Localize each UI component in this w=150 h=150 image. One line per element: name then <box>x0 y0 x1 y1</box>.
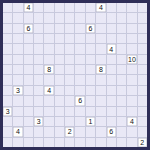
grid-cell[interactable] <box>75 24 84 33</box>
grid-cell[interactable] <box>117 117 126 126</box>
grid-cell[interactable] <box>65 117 74 126</box>
grid-cell[interactable] <box>3 138 12 147</box>
grid-cell[interactable] <box>75 127 84 136</box>
grid-cell[interactable] <box>34 24 43 33</box>
grid-cell[interactable] <box>138 127 147 136</box>
clue-cell: 4 <box>127 117 136 126</box>
grid-cell[interactable] <box>75 107 84 116</box>
grid-cell[interactable] <box>75 3 84 12</box>
grid-cell[interactable] <box>13 96 22 105</box>
grid-cell[interactable] <box>127 138 136 147</box>
clue-cell: 6 <box>107 127 116 136</box>
grid-cell[interactable] <box>86 65 95 74</box>
clue-cell: 4 <box>96 3 105 12</box>
grid-cell[interactable] <box>107 96 116 105</box>
grid-cell[interactable] <box>13 13 22 22</box>
grid-cell[interactable] <box>127 107 136 116</box>
grid-cell[interactable] <box>24 75 33 84</box>
grid-cell[interactable] <box>65 34 74 43</box>
clue-cell: 3 <box>3 107 12 116</box>
grid-cell[interactable] <box>55 96 64 105</box>
grid-cell[interactable] <box>117 13 126 22</box>
grid-cell[interactable] <box>44 138 53 147</box>
grid-cell[interactable] <box>34 75 43 84</box>
clue-cell: 4 <box>13 127 22 136</box>
grid-cell[interactable] <box>44 3 53 12</box>
grid-cell[interactable] <box>96 127 105 136</box>
grid-cell[interactable] <box>107 3 116 12</box>
grid-cell[interactable] <box>13 138 22 147</box>
grid-cell[interactable] <box>24 86 33 95</box>
grid-cell[interactable] <box>44 34 53 43</box>
grid-cell[interactable] <box>65 65 74 74</box>
grid-cell[interactable] <box>86 138 95 147</box>
grid-cell[interactable] <box>3 86 12 95</box>
clue-cell: 6 <box>24 24 33 33</box>
grid-cell[interactable] <box>3 34 12 43</box>
grid-cell[interactable] <box>3 96 12 105</box>
grid-cell[interactable] <box>3 127 12 136</box>
grid-cell[interactable] <box>138 117 147 126</box>
grid-cell[interactable] <box>55 75 64 84</box>
grid-cell[interactable] <box>3 24 12 33</box>
grid-cell[interactable] <box>86 13 95 22</box>
grid-cell[interactable] <box>138 13 147 22</box>
grid-cell[interactable] <box>86 127 95 136</box>
grid-cell[interactable] <box>138 107 147 116</box>
grid-cell[interactable] <box>96 107 105 116</box>
grid-cell[interactable] <box>34 107 43 116</box>
grid-cell[interactable] <box>44 117 53 126</box>
grid-cell[interactable] <box>34 96 43 105</box>
grid-cell[interactable] <box>127 34 136 43</box>
grid-cell[interactable] <box>65 13 74 22</box>
grid-cell[interactable] <box>138 24 147 33</box>
grid-cell[interactable] <box>3 55 12 64</box>
grid-cell[interactable] <box>24 117 33 126</box>
grid-cell[interactable] <box>86 96 95 105</box>
grid-cell[interactable] <box>3 3 12 12</box>
grid-cell[interactable] <box>107 117 116 126</box>
grid-cell[interactable] <box>55 107 64 116</box>
grid-cell[interactable] <box>65 3 74 12</box>
grid-cell[interactable] <box>117 75 126 84</box>
grid-cell[interactable] <box>96 75 105 84</box>
grid-cell[interactable] <box>127 65 136 74</box>
grid-cell[interactable] <box>117 3 126 12</box>
grid-cell[interactable] <box>3 65 12 74</box>
grid-cell[interactable] <box>107 55 116 64</box>
grid-cell[interactable] <box>3 75 12 84</box>
grid-cell[interactable] <box>44 96 53 105</box>
grid-cell[interactable] <box>127 44 136 53</box>
clue-cell: 3 <box>13 86 22 95</box>
grid-cell[interactable] <box>75 13 84 22</box>
clue-cell: 4 <box>24 3 33 12</box>
grid-cell[interactable] <box>117 24 126 33</box>
grid-cell[interactable] <box>24 65 33 74</box>
grid-cell[interactable] <box>44 24 53 33</box>
grid-cell[interactable] <box>65 24 74 33</box>
grid-cell[interactable] <box>117 86 126 95</box>
grid-cell[interactable] <box>44 127 53 136</box>
grid-cell[interactable] <box>127 127 136 136</box>
grid-cell[interactable] <box>138 65 147 74</box>
grid-cell[interactable] <box>96 13 105 22</box>
clue-cell: 2 <box>65 127 74 136</box>
grid-cell[interactable] <box>65 86 74 95</box>
grid-cell[interactable] <box>44 13 53 22</box>
clue-cell: 2 <box>138 138 147 147</box>
grid-cell[interactable] <box>96 44 105 53</box>
grid-cell[interactable] <box>86 3 95 12</box>
grid-cell[interactable] <box>24 34 33 43</box>
grid-cell[interactable] <box>107 138 116 147</box>
grid-cell[interactable] <box>75 117 84 126</box>
grid-cell[interactable] <box>13 44 22 53</box>
grid-cell[interactable] <box>34 55 43 64</box>
grid-cell[interactable] <box>96 96 105 105</box>
grid-cell[interactable] <box>24 55 33 64</box>
grid-cell[interactable] <box>65 96 74 105</box>
grid-cell[interactable] <box>44 107 53 116</box>
grid-cell[interactable] <box>13 107 22 116</box>
grid-cell[interactable] <box>138 96 147 105</box>
grid-cell[interactable] <box>86 107 95 116</box>
grid-cell[interactable] <box>96 55 105 64</box>
grid-cell[interactable] <box>107 65 116 74</box>
grid-cell[interactable] <box>117 96 126 105</box>
grid-cell[interactable] <box>65 75 74 84</box>
grid-cell[interactable] <box>44 75 53 84</box>
grid-cell[interactable] <box>138 75 147 84</box>
grid-cell[interactable] <box>13 3 22 12</box>
grid-cell[interactable] <box>107 75 116 84</box>
grid-cell[interactable] <box>34 65 43 74</box>
grid-cell[interactable] <box>117 65 126 74</box>
clue-cell: 4 <box>44 86 53 95</box>
grid-cell[interactable] <box>96 86 105 95</box>
grid-cell[interactable] <box>65 107 74 116</box>
grid-cell[interactable] <box>138 55 147 64</box>
grid-cell[interactable] <box>86 44 95 53</box>
grid-cell[interactable] <box>86 86 95 95</box>
grid-cell[interactable] <box>24 107 33 116</box>
grid-cell[interactable] <box>75 34 84 43</box>
grid-cell[interactable] <box>86 34 95 43</box>
grid-cell[interactable] <box>65 55 74 64</box>
grid-cell[interactable] <box>75 55 84 64</box>
grid-cell[interactable] <box>44 44 53 53</box>
grid-cell[interactable] <box>75 86 84 95</box>
grid-cell[interactable] <box>75 65 84 74</box>
grid-cell[interactable] <box>86 55 95 64</box>
grid-cell[interactable] <box>3 13 12 22</box>
grid-cell[interactable] <box>55 24 64 33</box>
puzzle-board: 44664108834633144262 <box>0 0 150 150</box>
grid-cell[interactable] <box>127 96 136 105</box>
clue-cell: 6 <box>86 24 95 33</box>
grid-cell[interactable] <box>34 44 43 53</box>
puzzle-grid: 44664108834633144262 <box>3 3 147 147</box>
grid-cell[interactable] <box>138 86 147 95</box>
grid-cell[interactable] <box>127 13 136 22</box>
grid-cell[interactable] <box>117 138 126 147</box>
grid-cell[interactable] <box>65 44 74 53</box>
grid-cell[interactable] <box>127 24 136 33</box>
clue-cell: 4 <box>107 44 116 53</box>
grid-cell[interactable] <box>3 117 12 126</box>
grid-cell[interactable] <box>75 138 84 147</box>
grid-cell[interactable] <box>107 107 116 116</box>
clue-cell: 10 <box>127 55 136 64</box>
grid-cell[interactable] <box>34 13 43 22</box>
grid-cell[interactable] <box>34 86 43 95</box>
clue-cell: 6 <box>75 96 84 105</box>
grid-cell[interactable] <box>107 34 116 43</box>
grid-cell[interactable] <box>96 34 105 43</box>
grid-cell[interactable] <box>55 55 64 64</box>
grid-cell[interactable] <box>127 86 136 95</box>
grid-cell[interactable] <box>55 34 64 43</box>
grid-cell[interactable] <box>117 107 126 116</box>
clue-cell: 1 <box>86 117 95 126</box>
grid-cell[interactable] <box>24 13 33 22</box>
grid-cell[interactable] <box>13 34 22 43</box>
grid-cell[interactable] <box>13 65 22 74</box>
grid-cell[interactable] <box>117 127 126 136</box>
grid-cell[interactable] <box>34 138 43 147</box>
grid-cell[interactable] <box>117 44 126 53</box>
grid-cell[interactable] <box>55 138 64 147</box>
grid-cell[interactable] <box>55 86 64 95</box>
clue-cell: 8 <box>96 65 105 74</box>
grid-cell[interactable] <box>138 44 147 53</box>
grid-cell[interactable] <box>13 75 22 84</box>
grid-cell[interactable] <box>86 75 95 84</box>
grid-cell[interactable] <box>24 127 33 136</box>
clue-cell: 3 <box>34 117 43 126</box>
grid-cell[interactable] <box>55 127 64 136</box>
grid-cell[interactable] <box>24 138 33 147</box>
grid-cell[interactable] <box>24 44 33 53</box>
grid-cell[interactable] <box>75 44 84 53</box>
grid-cell[interactable] <box>138 34 147 43</box>
grid-cell[interactable] <box>55 13 64 22</box>
grid-cell[interactable] <box>127 3 136 12</box>
grid-cell[interactable] <box>24 96 33 105</box>
grid-cell[interactable] <box>75 75 84 84</box>
grid-cell[interactable] <box>13 55 22 64</box>
grid-cell[interactable] <box>55 44 64 53</box>
grid-cell[interactable] <box>117 34 126 43</box>
grid-cell[interactable] <box>138 3 147 12</box>
grid-cell[interactable] <box>96 117 105 126</box>
grid-cell[interactable] <box>44 55 53 64</box>
grid-cell[interactable] <box>127 75 136 84</box>
grid-cell[interactable] <box>117 55 126 64</box>
grid-cell[interactable] <box>96 138 105 147</box>
grid-cell[interactable] <box>34 34 43 43</box>
clue-cell: 8 <box>44 65 53 74</box>
grid-cell[interactable] <box>55 65 64 74</box>
grid-cell[interactable] <box>55 117 64 126</box>
grid-cell[interactable] <box>107 24 116 33</box>
grid-cell[interactable] <box>55 3 64 12</box>
grid-cell[interactable] <box>13 117 22 126</box>
grid-cell[interactable] <box>65 138 74 147</box>
grid-cell[interactable] <box>3 44 12 53</box>
grid-cell[interactable] <box>96 24 105 33</box>
grid-cell[interactable] <box>107 86 116 95</box>
grid-cell[interactable] <box>34 127 43 136</box>
grid-cell[interactable] <box>13 24 22 33</box>
grid-cell[interactable] <box>34 3 43 12</box>
grid-cell[interactable] <box>107 13 116 22</box>
